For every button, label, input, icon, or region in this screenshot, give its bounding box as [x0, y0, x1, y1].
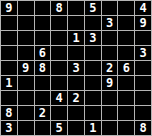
cell-r7c3[interactable]: [35, 91, 51, 105]
cell-r9c9[interactable]: 8: [135, 121, 151, 135]
cell-r9c7[interactable]: [102, 121, 118, 135]
cell-r4c5[interactable]: [68, 46, 84, 60]
cell-r1c8[interactable]: [118, 1, 134, 15]
cell-r4c6[interactable]: [85, 46, 101, 60]
cell-r6c5[interactable]: [68, 76, 84, 90]
cell-r9c6[interactable]: 1: [85, 121, 101, 135]
cell-r3c7[interactable]: [102, 31, 118, 45]
cell-r2c9[interactable]: 9: [135, 16, 151, 30]
cell-r1c3[interactable]: [35, 1, 51, 15]
cell-r7c4[interactable]: 4: [51, 91, 67, 105]
cell-r1c5[interactable]: [68, 1, 84, 15]
cell-r2c2[interactable]: [18, 16, 34, 30]
cell-r4c8[interactable]: [118, 46, 134, 60]
sudoku-board: 9854391363983261942823518: [0, 0, 152, 136]
cell-r6c4[interactable]: [51, 76, 67, 90]
cell-r5c2[interactable]: 9: [18, 61, 34, 75]
cell-r6c3[interactable]: [35, 76, 51, 90]
cell-r2c6[interactable]: [85, 16, 101, 30]
cell-r3c6[interactable]: 3: [85, 31, 101, 45]
cell-r6c7[interactable]: 9: [102, 76, 118, 90]
cell-r8c2[interactable]: [18, 106, 34, 120]
cell-r3c8[interactable]: [118, 31, 134, 45]
cell-r7c6[interactable]: [85, 91, 101, 105]
cell-r4c3[interactable]: 6: [35, 46, 51, 60]
cell-r3c3[interactable]: [35, 31, 51, 45]
cell-r1c4[interactable]: 8: [51, 1, 67, 15]
cell-r2c1[interactable]: [1, 16, 17, 30]
cell-r9c2[interactable]: [18, 121, 34, 135]
cell-r8c9[interactable]: [135, 106, 151, 120]
cell-r9c5[interactable]: [68, 121, 84, 135]
cell-r7c7[interactable]: [102, 91, 118, 105]
cell-r5c4[interactable]: [51, 61, 67, 75]
cell-r6c1[interactable]: 1: [1, 76, 17, 90]
cell-r7c8[interactable]: [118, 91, 134, 105]
cell-r4c9[interactable]: 3: [135, 46, 151, 60]
cell-r2c5[interactable]: [68, 16, 84, 30]
cell-r4c4[interactable]: [51, 46, 67, 60]
cell-r5c6[interactable]: [85, 61, 101, 75]
cell-r8c4[interactable]: [51, 106, 67, 120]
cell-r6c6[interactable]: [85, 76, 101, 90]
cell-r5c5[interactable]: 3: [68, 61, 84, 75]
cell-r9c1[interactable]: 3: [1, 121, 17, 135]
cell-r4c1[interactable]: [1, 46, 17, 60]
cell-r7c9[interactable]: [135, 91, 151, 105]
cell-r8c5[interactable]: [68, 106, 84, 120]
cell-r8c3[interactable]: 2: [35, 106, 51, 120]
cell-r6c8[interactable]: [118, 76, 134, 90]
cell-r1c9[interactable]: 4: [135, 1, 151, 15]
cell-r2c3[interactable]: [35, 16, 51, 30]
cell-r5c1[interactable]: [1, 61, 17, 75]
cell-r7c2[interactable]: [18, 91, 34, 105]
cell-r4c2[interactable]: [18, 46, 34, 60]
cell-r6c2[interactable]: [18, 76, 34, 90]
cell-r5c3[interactable]: 8: [35, 61, 51, 75]
cell-r1c7[interactable]: [102, 1, 118, 15]
cell-r1c2[interactable]: [18, 1, 34, 15]
cell-r1c1[interactable]: 9: [1, 1, 17, 15]
cell-r5c8[interactable]: 6: [118, 61, 134, 75]
cell-r1c6[interactable]: 5: [85, 1, 101, 15]
cell-r3c5[interactable]: 1: [68, 31, 84, 45]
cell-r3c2[interactable]: [18, 31, 34, 45]
cell-r9c8[interactable]: [118, 121, 134, 135]
cell-r7c1[interactable]: [1, 91, 17, 105]
cell-r9c4[interactable]: 5: [51, 121, 67, 135]
cell-r2c8[interactable]: [118, 16, 134, 30]
cell-r3c9[interactable]: [135, 31, 151, 45]
cell-r2c4[interactable]: [51, 16, 67, 30]
cell-r7c5[interactable]: 2: [68, 91, 84, 105]
cell-r5c7[interactable]: 2: [102, 61, 118, 75]
cell-r4c7[interactable]: [102, 46, 118, 60]
cell-r3c4[interactable]: [51, 31, 67, 45]
cell-r3c1[interactable]: [1, 31, 17, 45]
cell-r8c8[interactable]: [118, 106, 134, 120]
cell-r8c7[interactable]: [102, 106, 118, 120]
cell-r8c6[interactable]: [85, 106, 101, 120]
cell-r5c9[interactable]: [135, 61, 151, 75]
cell-r8c1[interactable]: 8: [1, 106, 17, 120]
cell-r9c3[interactable]: [35, 121, 51, 135]
cell-r6c9[interactable]: [135, 76, 151, 90]
cell-r2c7[interactable]: 3: [102, 16, 118, 30]
